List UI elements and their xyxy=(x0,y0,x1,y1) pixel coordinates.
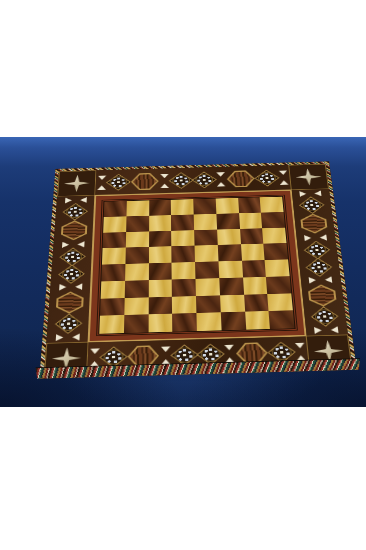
rosette-medallion xyxy=(60,248,85,266)
hexagon-panel xyxy=(300,213,328,233)
photo-background xyxy=(0,137,366,407)
rosette-medallion xyxy=(299,197,324,214)
square-f3 xyxy=(219,277,244,295)
square-c1 xyxy=(148,314,172,333)
square-h1 xyxy=(269,310,295,329)
square-f2 xyxy=(220,294,245,312)
square-g6 xyxy=(240,228,264,245)
square-f7 xyxy=(216,213,239,229)
rosette-medallion xyxy=(107,174,130,190)
square-g1 xyxy=(245,311,271,330)
square-h2 xyxy=(267,293,292,311)
square-f1 xyxy=(221,312,246,331)
square-d6 xyxy=(171,230,194,247)
hexagon-panel xyxy=(61,220,88,241)
square-c5 xyxy=(148,246,171,263)
square-a2 xyxy=(100,298,124,316)
rosette-medallion xyxy=(255,170,279,186)
mop-triangle-pair xyxy=(56,333,80,342)
playing-area xyxy=(98,196,295,335)
mop-triangle-pair xyxy=(314,326,339,335)
hexagon-panel xyxy=(131,173,159,190)
mop-triangle-pair xyxy=(59,283,82,292)
rosette-medallion xyxy=(311,307,339,326)
square-d7 xyxy=(171,214,194,230)
square-h7 xyxy=(261,212,285,228)
mop-triangle-pair xyxy=(215,172,226,186)
hexagon-panel xyxy=(226,170,255,187)
square-a3 xyxy=(101,281,125,299)
square-h5 xyxy=(264,243,289,260)
square-e6 xyxy=(194,229,217,246)
star-inlay-icon xyxy=(63,174,90,192)
board-surface xyxy=(39,161,356,378)
square-d2 xyxy=(172,296,196,314)
square-g5 xyxy=(241,244,265,261)
square-b1 xyxy=(124,315,149,334)
square-b2 xyxy=(124,297,148,315)
square-c8 xyxy=(149,200,171,216)
square-h6 xyxy=(262,227,286,243)
square-c3 xyxy=(148,279,172,297)
square-e7 xyxy=(194,214,217,230)
square-g8 xyxy=(238,197,261,213)
square-a8 xyxy=(104,201,127,217)
square-c2 xyxy=(148,296,172,314)
square-g3 xyxy=(243,277,268,295)
square-a5 xyxy=(102,248,126,265)
square-b3 xyxy=(124,280,148,298)
square-a7 xyxy=(103,216,126,232)
rosette-medallion xyxy=(63,203,88,220)
square-f6 xyxy=(217,229,241,246)
square-g7 xyxy=(239,212,263,228)
square-c6 xyxy=(149,230,172,247)
rosette-medallion xyxy=(193,172,217,188)
square-f5 xyxy=(218,244,242,261)
square-d1 xyxy=(172,313,197,332)
star-inlay-icon xyxy=(295,168,323,186)
hexagon-panel xyxy=(56,291,84,314)
square-e3 xyxy=(195,278,219,296)
mop-triangle-pair xyxy=(278,170,290,184)
square-b6 xyxy=(126,231,149,248)
square-c7 xyxy=(149,215,172,231)
rosette-medallion xyxy=(170,173,193,189)
square-d8 xyxy=(171,199,194,215)
square-e8 xyxy=(193,199,216,215)
square-b5 xyxy=(125,247,148,264)
square-a1 xyxy=(99,315,124,334)
square-g2 xyxy=(244,294,269,312)
square-d5 xyxy=(172,246,195,263)
rosette-medallion xyxy=(55,314,82,334)
hexagon-panel xyxy=(307,284,337,307)
mop-triangle-pair xyxy=(309,276,333,284)
square-b8 xyxy=(126,200,149,216)
square-e1 xyxy=(196,312,221,331)
square-d3 xyxy=(172,279,196,297)
square-e5 xyxy=(195,245,219,262)
square-b7 xyxy=(126,216,149,232)
square-h8 xyxy=(260,197,284,213)
chess-board xyxy=(41,137,349,407)
rosette-medallion xyxy=(304,241,330,259)
square-h3 xyxy=(266,276,291,294)
square-e2 xyxy=(196,295,221,313)
square-f8 xyxy=(215,198,238,214)
square-a6 xyxy=(103,232,126,249)
